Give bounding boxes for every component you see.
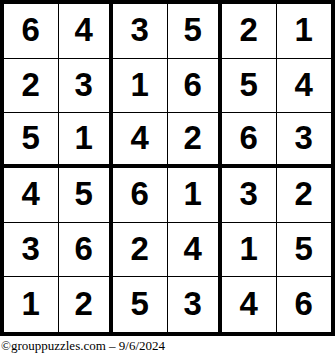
cell-r6c5: 4 [222,277,277,332]
cell-r4c1: 4 [4,168,59,223]
cell-r2c5: 5 [222,59,277,114]
cell-r3c2: 1 [59,113,114,168]
cell-r4c3: 6 [113,168,168,223]
cell-r5c6: 5 [277,223,332,278]
cell-r4c5: 3 [222,168,277,223]
cell-r1c1: 6 [4,4,59,59]
cell-r6c2: 2 [59,277,114,332]
cell-r4c2: 5 [59,168,114,223]
cell-r6c6: 6 [277,277,332,332]
puzzle-page: 643521231654514263456132362415125346 ©gr… [0,0,335,357]
sudoku-grid: 643521231654514263456132362415125346 [0,0,335,336]
cell-r1c2: 4 [59,4,114,59]
cell-r4c4: 1 [168,168,223,223]
copyright-text: ©grouppuzzles.com – 9/6/2024 [1,338,165,354]
cell-r1c4: 5 [168,4,223,59]
cell-r3c6: 3 [277,113,332,168]
cell-r1c6: 1 [277,4,332,59]
cell-r3c5: 6 [222,113,277,168]
cell-r2c2: 3 [59,59,114,114]
cell-r5c1: 3 [4,223,59,278]
cell-r3c3: 4 [113,113,168,168]
footer: ©grouppuzzles.com – 9/6/2024 [0,336,335,357]
cell-r4c6: 2 [277,168,332,223]
cell-r5c3: 2 [113,223,168,278]
cell-r5c4: 4 [168,223,223,278]
cell-r6c3: 5 [113,277,168,332]
cell-r1c3: 3 [113,4,168,59]
cell-r2c3: 1 [113,59,168,114]
cell-r3c4: 2 [168,113,223,168]
cell-r6c1: 1 [4,277,59,332]
cell-r2c4: 6 [168,59,223,114]
cell-r5c2: 6 [59,223,114,278]
cell-r6c4: 3 [168,277,223,332]
cell-r5c5: 1 [222,223,277,278]
cell-r1c5: 2 [222,4,277,59]
cell-r3c1: 5 [4,113,59,168]
cell-r2c6: 4 [277,59,332,114]
cell-r2c1: 2 [4,59,59,114]
